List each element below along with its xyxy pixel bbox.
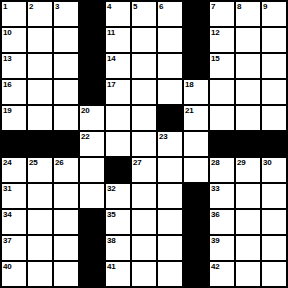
cell-r1c5[interactable] <box>132 28 156 52</box>
black-cell-r5c0 <box>2 132 26 156</box>
clue-number-40: 40 <box>3 262 11 271</box>
cell-r6c1[interactable]: 25 <box>28 158 52 182</box>
clue-number-5: 5 <box>133 2 137 11</box>
cell-r4c1[interactable] <box>28 106 52 130</box>
black-cell-r7c7 <box>184 184 208 208</box>
clue-number-14: 14 <box>107 54 115 63</box>
cell-r1c1[interactable] <box>28 28 52 52</box>
black-cell-r4c6 <box>158 106 182 130</box>
cell-r10c9[interactable] <box>236 262 260 286</box>
cell-r7c5[interactable] <box>132 184 156 208</box>
cell-r8c6[interactable] <box>158 210 182 234</box>
cell-r0c10[interactable]: 9 <box>262 2 286 26</box>
cell-r2c6[interactable] <box>158 54 182 78</box>
clue-number-26: 26 <box>55 158 63 167</box>
cell-r3c5[interactable] <box>132 80 156 104</box>
black-cell-r0c7 <box>184 2 208 26</box>
black-cell-r5c9 <box>236 132 260 156</box>
black-cell-r2c3 <box>80 54 104 78</box>
cell-r8c1[interactable] <box>28 210 52 234</box>
cell-r5c7[interactable] <box>184 132 208 156</box>
cell-r1c6[interactable] <box>158 28 182 52</box>
cell-r9c0[interactable]: 37 <box>2 236 26 260</box>
cell-r3c4[interactable]: 17 <box>106 80 130 104</box>
cell-r3c0[interactable]: 16 <box>2 80 26 104</box>
cell-r2c8[interactable]: 15 <box>210 54 234 78</box>
crossword-puzzle: 1234567891011121314151617181920212223242… <box>0 0 288 288</box>
cell-r9c1[interactable] <box>28 236 52 260</box>
clue-number-37: 37 <box>3 236 11 245</box>
cell-r4c0[interactable]: 19 <box>2 106 26 130</box>
clue-number-31: 31 <box>3 184 11 193</box>
clue-number-23: 23 <box>159 132 167 141</box>
cell-r9c2[interactable] <box>54 236 78 260</box>
cell-r1c10[interactable] <box>262 28 286 52</box>
cell-r10c8[interactable]: 42 <box>210 262 234 286</box>
cell-r9c10[interactable] <box>262 236 286 260</box>
black-cell-r5c10 <box>262 132 286 156</box>
black-cell-r1c3 <box>80 28 104 52</box>
cell-r7c6[interactable] <box>158 184 182 208</box>
cell-r3c7[interactable]: 18 <box>184 80 208 104</box>
cell-r0c9[interactable]: 8 <box>236 2 260 26</box>
cell-r8c2[interactable] <box>54 210 78 234</box>
cell-r6c8[interactable]: 28 <box>210 158 234 182</box>
clue-number-8: 8 <box>237 2 241 11</box>
black-cell-r10c7 <box>184 262 208 286</box>
cell-r3c6[interactable] <box>158 80 182 104</box>
black-cell-r3c3 <box>80 80 104 104</box>
cell-r6c3[interactable] <box>80 158 104 182</box>
cell-r8c4[interactable]: 35 <box>106 210 130 234</box>
black-cell-r8c7 <box>184 210 208 234</box>
clue-number-24: 24 <box>3 158 11 167</box>
cell-r2c5[interactable] <box>132 54 156 78</box>
cell-r4c8[interactable] <box>210 106 234 130</box>
cell-r1c8[interactable]: 12 <box>210 28 234 52</box>
cell-r0c5[interactable]: 5 <box>132 2 156 26</box>
black-cell-r1c7 <box>184 28 208 52</box>
cell-r4c9[interactable] <box>236 106 260 130</box>
cell-r6c10[interactable]: 30 <box>262 158 286 182</box>
cell-r4c5[interactable] <box>132 106 156 130</box>
clue-number-28: 28 <box>211 158 219 167</box>
cell-r8c0[interactable]: 34 <box>2 210 26 234</box>
clue-number-25: 25 <box>29 158 37 167</box>
cell-r3c9[interactable] <box>236 80 260 104</box>
clue-number-15: 15 <box>211 54 219 63</box>
clue-number-34: 34 <box>3 210 11 219</box>
clue-number-30: 30 <box>263 158 271 167</box>
cell-r8c5[interactable] <box>132 210 156 234</box>
clue-number-33: 33 <box>211 184 219 193</box>
cell-r0c8[interactable]: 7 <box>210 2 234 26</box>
clue-number-42: 42 <box>211 262 219 271</box>
clue-number-7: 7 <box>211 2 215 11</box>
clue-number-11: 11 <box>107 28 115 37</box>
cell-r9c8[interactable]: 39 <box>210 236 234 260</box>
cell-r3c10[interactable] <box>262 80 286 104</box>
clue-number-29: 29 <box>237 158 245 167</box>
cell-r6c0[interactable]: 24 <box>2 158 26 182</box>
black-cell-r9c7 <box>184 236 208 260</box>
cell-r0c1[interactable]: 2 <box>28 2 52 26</box>
cell-r2c1[interactable] <box>28 54 52 78</box>
black-cell-r0c3 <box>80 2 104 26</box>
cell-r0c6[interactable]: 6 <box>158 2 182 26</box>
cell-r4c2[interactable] <box>54 106 78 130</box>
clue-number-13: 13 <box>3 54 11 63</box>
clue-number-4: 4 <box>107 2 111 11</box>
cell-r2c2[interactable] <box>54 54 78 78</box>
clue-number-21: 21 <box>185 106 193 115</box>
clue-number-20: 20 <box>81 106 89 115</box>
cell-r7c10[interactable] <box>262 184 286 208</box>
cell-r5c6[interactable]: 23 <box>158 132 182 156</box>
cell-r9c4[interactable]: 38 <box>106 236 130 260</box>
clue-number-1: 1 <box>3 2 7 11</box>
cell-r6c5[interactable]: 27 <box>132 158 156 182</box>
cell-r10c5[interactable] <box>132 262 156 286</box>
clue-number-17: 17 <box>107 80 115 89</box>
cell-r3c2[interactable] <box>54 80 78 104</box>
clue-number-41: 41 <box>107 262 115 271</box>
cell-r10c0[interactable]: 40 <box>2 262 26 286</box>
cell-r4c4[interactable] <box>106 106 130 130</box>
cell-r8c10[interactable] <box>262 210 286 234</box>
clue-number-36: 36 <box>211 210 219 219</box>
cell-r4c10[interactable] <box>262 106 286 130</box>
cell-r8c9[interactable] <box>236 210 260 234</box>
clue-number-16: 16 <box>3 80 11 89</box>
cell-r0c4[interactable]: 4 <box>106 2 130 26</box>
clue-number-2: 2 <box>29 2 33 11</box>
cell-r10c2[interactable] <box>54 262 78 286</box>
cell-r9c6[interactable] <box>158 236 182 260</box>
cell-r6c9[interactable]: 29 <box>236 158 260 182</box>
cell-r2c10[interactable] <box>262 54 286 78</box>
clue-number-22: 22 <box>81 132 89 141</box>
cell-r9c5[interactable] <box>132 236 156 260</box>
cell-r8c8[interactable]: 36 <box>210 210 234 234</box>
cell-r7c3[interactable] <box>80 184 104 208</box>
clue-number-38: 38 <box>107 236 115 245</box>
black-cell-r6c4 <box>106 158 130 182</box>
cell-r1c9[interactable] <box>236 28 260 52</box>
cell-r2c9[interactable] <box>236 54 260 78</box>
clue-number-27: 27 <box>133 158 141 167</box>
cell-r3c1[interactable] <box>28 80 52 104</box>
cell-r9c9[interactable] <box>236 236 260 260</box>
cell-r5c4[interactable] <box>106 132 130 156</box>
cell-r0c2[interactable]: 3 <box>54 2 78 26</box>
cell-r1c2[interactable] <box>54 28 78 52</box>
cell-r6c7[interactable] <box>184 158 208 182</box>
cell-r6c6[interactable] <box>158 158 182 182</box>
cell-r7c9[interactable] <box>236 184 260 208</box>
cell-r5c5[interactable] <box>132 132 156 156</box>
cell-r0c0[interactable]: 1 <box>2 2 26 26</box>
cell-r1c0[interactable]: 10 <box>2 28 26 52</box>
clue-number-12: 12 <box>211 28 219 37</box>
clue-number-39: 39 <box>211 236 219 245</box>
crossword-grid: 1234567891011121314151617181920212223242… <box>0 0 288 288</box>
cell-r5c3[interactable]: 22 <box>80 132 104 156</box>
cell-r10c6[interactable] <box>158 262 182 286</box>
cell-r10c1[interactable] <box>28 262 52 286</box>
cell-r7c0[interactable]: 31 <box>2 184 26 208</box>
cell-r10c4[interactable]: 41 <box>106 262 130 286</box>
black-cell-r5c2 <box>54 132 78 156</box>
cell-r4c7[interactable]: 21 <box>184 106 208 130</box>
clue-number-10: 10 <box>3 28 11 37</box>
clue-number-32: 32 <box>107 184 115 193</box>
cell-r2c0[interactable]: 13 <box>2 54 26 78</box>
cell-r7c1[interactable] <box>28 184 52 208</box>
black-cell-r5c8 <box>210 132 234 156</box>
cell-r6c2[interactable]: 26 <box>54 158 78 182</box>
black-cell-r2c7 <box>184 54 208 78</box>
clue-number-35: 35 <box>107 210 115 219</box>
cell-r7c2[interactable] <box>54 184 78 208</box>
cell-r1c4[interactable]: 11 <box>106 28 130 52</box>
clue-number-9: 9 <box>263 2 267 11</box>
cell-r7c4[interactable]: 32 <box>106 184 130 208</box>
clue-number-3: 3 <box>55 2 59 11</box>
cell-r2c4[interactable]: 14 <box>106 54 130 78</box>
cell-r7c8[interactable]: 33 <box>210 184 234 208</box>
cell-r10c10[interactable] <box>262 262 286 286</box>
cell-r3c8[interactable] <box>210 80 234 104</box>
black-cell-r9c3 <box>80 236 104 260</box>
cell-r4c3[interactable]: 20 <box>80 106 104 130</box>
black-cell-r8c3 <box>80 210 104 234</box>
black-cell-r10c3 <box>80 262 104 286</box>
black-cell-r5c1 <box>28 132 52 156</box>
clue-number-19: 19 <box>3 106 11 115</box>
clue-number-6: 6 <box>159 2 163 11</box>
clue-number-18: 18 <box>185 80 193 89</box>
